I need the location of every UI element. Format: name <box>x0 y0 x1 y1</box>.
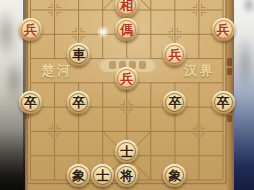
piece-glyph: 将 <box>120 164 133 187</box>
piece-glyph: 卒 <box>168 91 181 114</box>
move-sparkle-effect <box>96 25 110 39</box>
piece-red-pawn-e5[interactable]: 兵 <box>115 67 138 90</box>
piece-glyph: 兵 <box>217 18 230 41</box>
river-label-han-jie: 汉界 <box>184 63 216 78</box>
piece-glyph: 象 <box>72 164 85 187</box>
piece-red-pawn-g4[interactable]: 兵 <box>163 43 186 66</box>
piece-black-chariot-c4[interactable]: 車 <box>67 43 90 66</box>
piece-glyph: 兵 <box>24 18 37 41</box>
piece-black-pawn-i6[interactable]: 卒 <box>212 91 235 114</box>
piece-black-advisor-e8[interactable]: 士 <box>115 140 138 163</box>
piece-glyph: 士 <box>96 164 109 187</box>
watermark-glyph-blob <box>109 61 116 69</box>
piece-glyph: 兵 <box>168 43 181 66</box>
piece-glyph: 相 <box>120 0 133 17</box>
piece-glyph: 士 <box>120 140 133 163</box>
piece-glyph: 卒 <box>217 91 230 114</box>
piece-red-pawn-i3[interactable]: 兵 <box>212 18 235 41</box>
piece-glyph: 卒 <box>72 91 85 114</box>
piece-black-elephant-c9[interactable]: 象 <box>67 164 90 187</box>
watermark-glyph-blob <box>139 61 146 69</box>
piece-glyph: 兵 <box>120 67 133 90</box>
piece-glyph: 車 <box>72 43 85 66</box>
piece-glyph: 傌 <box>120 18 133 41</box>
piece-glyph: 卒 <box>24 91 37 114</box>
game-screen: 楚河 汉界 相傌兵兵兵兵車卒卒卒卒士象士将象 <box>0 0 254 190</box>
piece-black-pawn-a6[interactable]: 卒 <box>19 91 42 114</box>
piece-glyph: 象 <box>168 164 181 187</box>
river-label-chu-he: 楚河 <box>41 63 73 78</box>
